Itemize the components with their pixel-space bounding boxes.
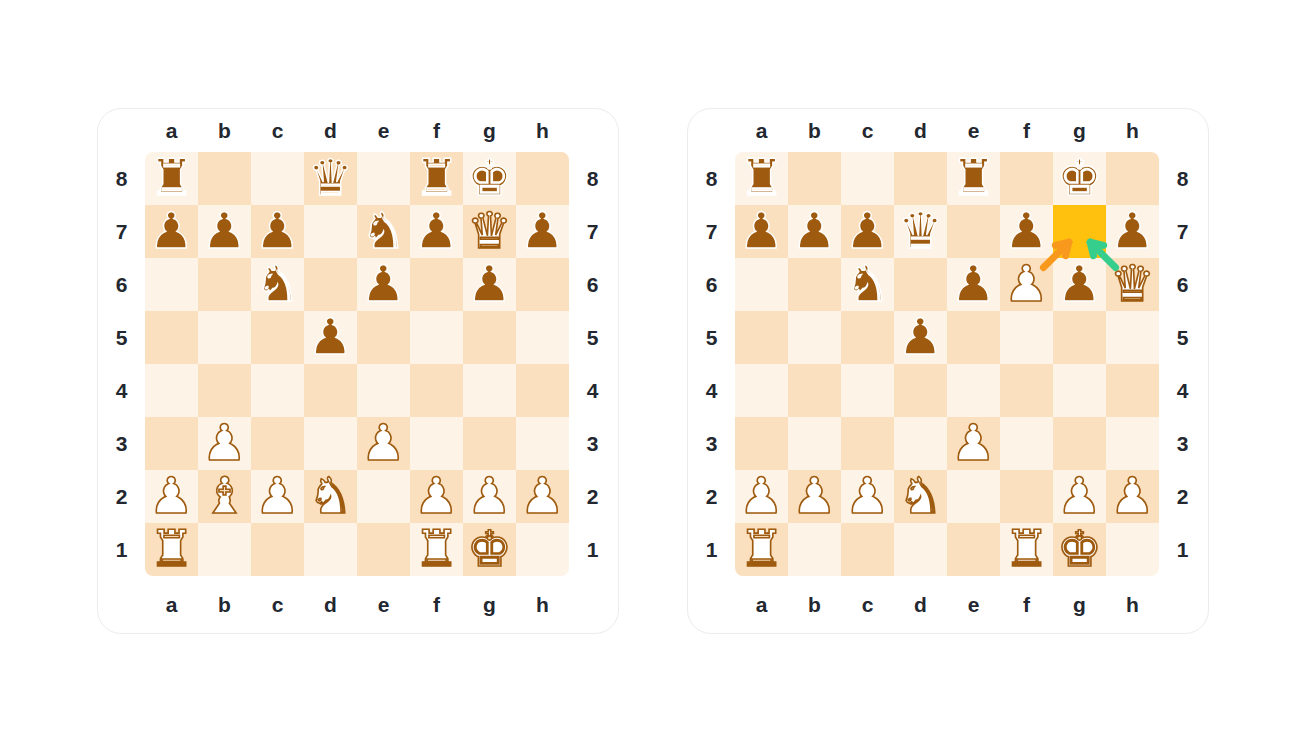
black-rook-a8: ♜: [739, 152, 784, 205]
file-label-h: h: [1106, 120, 1159, 141]
square-e1[interactable]: [357, 523, 410, 576]
square-e3[interactable]: ♟: [947, 417, 1000, 470]
square-f1[interactable]: ♜: [1000, 523, 1053, 576]
left-rank-labels-west: 87654321: [98, 152, 145, 576]
right-rank-labels-east: 87654321: [1159, 152, 1206, 576]
black-pawn-b7: ♟: [792, 205, 837, 258]
black-pawn-c7: ♟: [845, 205, 890, 258]
square-b6[interactable]: [788, 258, 841, 311]
white-pawn-b3: ♟: [202, 417, 247, 470]
rank-label-7: 7: [587, 221, 599, 242]
square-c2[interactable]: ♟: [841, 470, 894, 523]
square-h3[interactable]: [516, 417, 569, 470]
square-a7[interactable]: ♟: [145, 205, 198, 258]
square-h6[interactable]: ♛: [1106, 258, 1159, 311]
square-c6[interactable]: ♞: [251, 258, 304, 311]
black-pawn-d5: ♟: [898, 311, 943, 364]
square-b8[interactable]: [198, 152, 251, 205]
rank-label-1: 1: [1177, 539, 1189, 560]
black-pawn-d5: ♟: [308, 311, 353, 364]
square-e8[interactable]: ♜: [947, 152, 1000, 205]
square-c1[interactable]: [841, 523, 894, 576]
square-a3[interactable]: [735, 417, 788, 470]
white-knight-d2: ♞: [898, 470, 943, 523]
white-king-g1: ♚: [1057, 523, 1102, 576]
right-board-wrap: abcdefgh 87654321 ♜♜♚♟♟♟♛♟♟♞♟♟♟♛♟♟♟♟♟♞♟♟…: [688, 109, 1208, 633]
square-b5[interactable]: [788, 311, 841, 364]
square-f5[interactable]: [410, 311, 463, 364]
white-rook-f1: ♜: [414, 523, 459, 576]
rank-label-6: 6: [706, 274, 718, 295]
square-c5[interactable]: [251, 311, 304, 364]
square-g4[interactable]: [1053, 364, 1106, 417]
square-f7[interactable]: ♟: [1000, 205, 1053, 258]
black-knight-c6: ♞: [255, 258, 300, 311]
file-label-f: f: [1000, 594, 1053, 615]
file-label-f: f: [410, 120, 463, 141]
square-f4[interactable]: [410, 364, 463, 417]
square-c6[interactable]: ♞: [841, 258, 894, 311]
black-knight-e7: ♞: [361, 205, 406, 258]
square-d4[interactable]: [894, 364, 947, 417]
square-a4[interactable]: [735, 364, 788, 417]
square-h4[interactable]: [1106, 364, 1159, 417]
white-pawn-f2: ♟: [414, 470, 459, 523]
black-king-g8: ♚: [467, 152, 512, 205]
left-file-labels-bottom: abcdefgh: [145, 576, 569, 633]
square-b7[interactable]: ♟: [198, 205, 251, 258]
square-h8[interactable]: [516, 152, 569, 205]
square-d1[interactable]: [304, 523, 357, 576]
square-d5[interactable]: ♟: [894, 311, 947, 364]
file-label-g: g: [1053, 120, 1106, 141]
right-file-labels-bottom: abcdefgh: [735, 576, 1159, 633]
white-pawn-c2: ♟: [845, 470, 890, 523]
white-pawn-h2: ♟: [520, 470, 565, 523]
square-e1[interactable]: [947, 523, 1000, 576]
square-a1[interactable]: ♜: [145, 523, 198, 576]
square-d3[interactable]: [894, 417, 947, 470]
square-c1[interactable]: [251, 523, 304, 576]
rank-label-6: 6: [1177, 274, 1189, 295]
rank-label-2: 2: [706, 486, 718, 507]
rank-label-6: 6: [116, 274, 128, 295]
square-g2[interactable]: ♟: [463, 470, 516, 523]
rank-label-5: 5: [587, 327, 599, 348]
white-bishop-b2: ♝: [202, 470, 247, 523]
square-b2[interactable]: ♝: [198, 470, 251, 523]
square-e4[interactable]: [947, 364, 1000, 417]
square-a4[interactable]: [145, 364, 198, 417]
rank-label-4: 4: [1177, 380, 1189, 401]
square-g7[interactable]: ♛: [463, 205, 516, 258]
square-d8[interactable]: ♛: [304, 152, 357, 205]
rank-label-7: 7: [706, 221, 718, 242]
file-label-b: b: [198, 120, 251, 141]
rank-label-3: 3: [706, 433, 718, 454]
square-d6[interactable]: [894, 258, 947, 311]
square-g5[interactable]: [1053, 311, 1106, 364]
square-c2[interactable]: ♟: [251, 470, 304, 523]
square-g8[interactable]: ♚: [1053, 152, 1106, 205]
square-f2[interactable]: [1000, 470, 1053, 523]
square-e5[interactable]: [947, 311, 1000, 364]
black-pawn-a7: ♟: [739, 205, 784, 258]
right-rank-labels-west: 87654321: [688, 152, 735, 576]
white-pawn-e3: ♟: [361, 417, 406, 470]
file-label-c: c: [251, 594, 304, 615]
square-d7[interactable]: ♛: [894, 205, 947, 258]
white-rook-a1: ♜: [739, 523, 784, 576]
file-label-h: h: [1106, 594, 1159, 615]
rank-label-5: 5: [1177, 327, 1189, 348]
file-label-a: a: [735, 594, 788, 615]
square-h2[interactable]: ♟: [1106, 470, 1159, 523]
square-a3[interactable]: [145, 417, 198, 470]
black-pawn-g6: ♟: [1057, 258, 1102, 311]
square-f6[interactable]: ♟: [1000, 258, 1053, 311]
black-pawn-h7: ♟: [1110, 205, 1155, 258]
white-pawn-h2: ♟: [1110, 470, 1155, 523]
square-e6[interactable]: ♟: [357, 258, 410, 311]
square-e6[interactable]: ♟: [947, 258, 1000, 311]
white-pawn-a2: ♟: [149, 470, 194, 523]
square-c7[interactable]: ♟: [251, 205, 304, 258]
black-queen-d8: ♛: [308, 152, 353, 205]
square-f3[interactable]: [410, 417, 463, 470]
square-h5[interactable]: [516, 311, 569, 364]
right-board: ♜♜♚♟♟♟♛♟♟♞♟♟♟♛♟♟♟♟♟♞♟♟♜♜♚: [735, 152, 1159, 576]
square-f1[interactable]: ♜: [410, 523, 463, 576]
left-rank-labels-east: 87654321: [569, 152, 616, 576]
square-f2[interactable]: ♟: [410, 470, 463, 523]
square-g6[interactable]: ♟: [1053, 258, 1106, 311]
square-f6[interactable]: [410, 258, 463, 311]
file-label-b: b: [788, 120, 841, 141]
rank-label-4: 4: [706, 380, 718, 401]
rank-label-3: 3: [116, 433, 128, 454]
square-d4[interactable]: [304, 364, 357, 417]
square-b5[interactable]: [198, 311, 251, 364]
square-g8[interactable]: ♚: [463, 152, 516, 205]
square-b3[interactable]: [788, 417, 841, 470]
square-a2[interactable]: ♟: [145, 470, 198, 523]
black-king-g8: ♚: [1057, 152, 1102, 205]
white-pawn-e3: ♟: [951, 417, 996, 470]
square-g1[interactable]: ♚: [463, 523, 516, 576]
square-g4[interactable]: [463, 364, 516, 417]
square-e7[interactable]: [947, 205, 1000, 258]
black-rook-f8: ♜: [414, 152, 459, 205]
file-label-b: b: [198, 594, 251, 615]
file-label-a: a: [145, 120, 198, 141]
square-h6[interactable]: [516, 258, 569, 311]
white-pawn-g2: ♟: [467, 470, 512, 523]
square-b4[interactable]: [788, 364, 841, 417]
file-label-e: e: [947, 120, 1000, 141]
white-rook-f1: ♜: [1004, 523, 1049, 576]
square-d3[interactable]: [304, 417, 357, 470]
rank-label-1: 1: [116, 539, 128, 560]
rank-label-5: 5: [116, 327, 128, 348]
square-f5[interactable]: [1000, 311, 1053, 364]
square-a6[interactable]: [735, 258, 788, 311]
rank-label-2: 2: [1177, 486, 1189, 507]
square-e2[interactable]: [357, 470, 410, 523]
square-d7[interactable]: [304, 205, 357, 258]
black-pawn-e6: ♟: [951, 258, 996, 311]
rank-label-4: 4: [116, 380, 128, 401]
rank-label-1: 1: [587, 539, 599, 560]
rank-label-1: 1: [706, 539, 718, 560]
rank-label-8: 8: [1177, 168, 1189, 189]
square-g2[interactable]: ♟: [1053, 470, 1106, 523]
black-knight-c6: ♞: [845, 258, 890, 311]
square-d6[interactable]: [304, 258, 357, 311]
square-e3[interactable]: ♟: [357, 417, 410, 470]
white-queen-g7: ♛: [467, 205, 512, 258]
black-rook-e8: ♜: [951, 152, 996, 205]
square-c8[interactable]: [251, 152, 304, 205]
white-pawn-b2: ♟: [792, 470, 837, 523]
square-d1[interactable]: [894, 523, 947, 576]
square-c4[interactable]: [841, 364, 894, 417]
file-label-a: a: [145, 594, 198, 615]
square-a6[interactable]: [145, 258, 198, 311]
rank-label-3: 3: [587, 433, 599, 454]
square-b4[interactable]: [198, 364, 251, 417]
rank-label-2: 2: [587, 486, 599, 507]
square-a2[interactable]: ♟: [735, 470, 788, 523]
file-label-h: h: [516, 120, 569, 141]
square-b1[interactable]: [788, 523, 841, 576]
square-c3[interactable]: [841, 417, 894, 470]
square-d8[interactable]: [894, 152, 947, 205]
square-h4[interactable]: [516, 364, 569, 417]
square-e7[interactable]: ♞: [357, 205, 410, 258]
black-pawn-g6: ♟: [467, 258, 512, 311]
white-rook-a1: ♜: [149, 523, 194, 576]
square-g5[interactable]: [463, 311, 516, 364]
square-g7[interactable]: [1053, 205, 1106, 258]
black-pawn-c7: ♟: [255, 205, 300, 258]
right-board-card: abcdefgh 87654321 ♜♜♚♟♟♟♛♟♟♞♟♟♟♛♟♟♟♟♟♞♟♟…: [687, 108, 1209, 634]
square-h7[interactable]: ♟: [1106, 205, 1159, 258]
right-file-labels-top: abcdefgh: [735, 109, 1159, 152]
square-b1[interactable]: [198, 523, 251, 576]
left-board-wrap: abcdefgh 87654321 ♜♛♜♚♟♟♟♞♟♛♟♞♟♟♟♟♟♟♝♟♞♟…: [98, 109, 618, 633]
file-label-g: g: [463, 594, 516, 615]
square-h8[interactable]: [1106, 152, 1159, 205]
rank-label-3: 3: [1177, 433, 1189, 454]
left-board: ♜♛♜♚♟♟♟♞♟♛♟♞♟♟♟♟♟♟♝♟♞♟♟♟♜♜♚: [145, 152, 569, 576]
file-label-c: c: [841, 120, 894, 141]
square-d5[interactable]: ♟: [304, 311, 357, 364]
square-g3[interactable]: [463, 417, 516, 470]
square-c3[interactable]: [251, 417, 304, 470]
rank-label-5: 5: [706, 327, 718, 348]
square-a8[interactable]: ♜: [735, 152, 788, 205]
file-label-d: d: [304, 594, 357, 615]
square-e8[interactable]: [357, 152, 410, 205]
square-h7[interactable]: ♟: [516, 205, 569, 258]
white-pawn-c2: ♟: [255, 470, 300, 523]
square-e4[interactable]: [357, 364, 410, 417]
rank-label-4: 4: [587, 380, 599, 401]
square-a5[interactable]: [145, 311, 198, 364]
square-g1[interactable]: ♚: [1053, 523, 1106, 576]
rank-label-7: 7: [116, 221, 128, 242]
square-d2[interactable]: ♞: [894, 470, 947, 523]
square-f4[interactable]: [1000, 364, 1053, 417]
square-g6[interactable]: ♟: [463, 258, 516, 311]
white-knight-d2: ♞: [308, 470, 353, 523]
rank-label-6: 6: [587, 274, 599, 295]
file-label-d: d: [304, 120, 357, 141]
square-h1[interactable]: [516, 523, 569, 576]
rank-label-8: 8: [587, 168, 599, 189]
rank-label-8: 8: [706, 168, 718, 189]
file-label-f: f: [1000, 120, 1053, 141]
square-b8[interactable]: [788, 152, 841, 205]
square-a5[interactable]: [735, 311, 788, 364]
file-label-a: a: [735, 120, 788, 141]
file-label-f: f: [410, 594, 463, 615]
white-pawn-g2: ♟: [1057, 470, 1102, 523]
black-pawn-b7: ♟: [202, 205, 247, 258]
square-d2[interactable]: ♞: [304, 470, 357, 523]
black-pawn-f7: ♟: [414, 205, 459, 258]
square-f3[interactable]: [1000, 417, 1053, 470]
square-a8[interactable]: ♜: [145, 152, 198, 205]
white-king-g1: ♚: [467, 523, 512, 576]
square-c8[interactable]: [841, 152, 894, 205]
file-label-h: h: [516, 594, 569, 615]
left-board-card: abcdefgh 87654321 ♜♛♜♚♟♟♟♞♟♛♟♞♟♟♟♟♟♟♝♟♞♟…: [97, 108, 619, 634]
square-b3[interactable]: ♟: [198, 417, 251, 470]
square-g3[interactable]: [1053, 417, 1106, 470]
file-label-d: d: [894, 120, 947, 141]
file-label-e: e: [357, 594, 410, 615]
square-b6[interactable]: [198, 258, 251, 311]
square-h5[interactable]: [1106, 311, 1159, 364]
square-c5[interactable]: [841, 311, 894, 364]
square-f7[interactable]: ♟: [410, 205, 463, 258]
square-e5[interactable]: [357, 311, 410, 364]
rank-label-8: 8: [116, 168, 128, 189]
square-e2[interactable]: [947, 470, 1000, 523]
square-c4[interactable]: [251, 364, 304, 417]
file-label-e: e: [357, 120, 410, 141]
file-label-b: b: [788, 594, 841, 615]
black-pawn-e6: ♟: [361, 258, 406, 311]
square-h1[interactable]: [1106, 523, 1159, 576]
file-label-c: c: [841, 594, 894, 615]
file-label-g: g: [1053, 594, 1106, 615]
black-pawn-f7: ♟: [1004, 205, 1049, 258]
left-file-labels-top: abcdefgh: [145, 109, 569, 152]
square-a1[interactable]: ♜: [735, 523, 788, 576]
square-h2[interactable]: ♟: [516, 470, 569, 523]
file-label-d: d: [894, 594, 947, 615]
black-pawn-a7: ♟: [149, 205, 194, 258]
square-f8[interactable]: [1000, 152, 1053, 205]
white-pawn-f6: ♟: [1004, 258, 1049, 311]
white-pawn-a2: ♟: [739, 470, 784, 523]
file-label-c: c: [251, 120, 304, 141]
white-queen-h6: ♛: [1110, 258, 1155, 311]
square-h3[interactable]: [1106, 417, 1159, 470]
file-label-g: g: [463, 120, 516, 141]
square-b7[interactable]: ♟: [788, 205, 841, 258]
square-c7[interactable]: ♟: [841, 205, 894, 258]
black-pawn-h7: ♟: [520, 205, 565, 258]
black-queen-d7: ♛: [898, 205, 943, 258]
square-f8[interactable]: ♜: [410, 152, 463, 205]
black-rook-a8: ♜: [149, 152, 194, 205]
file-label-e: e: [947, 594, 1000, 615]
rank-label-2: 2: [116, 486, 128, 507]
rank-label-7: 7: [1177, 221, 1189, 242]
square-a7[interactable]: ♟: [735, 205, 788, 258]
square-b2[interactable]: ♟: [788, 470, 841, 523]
